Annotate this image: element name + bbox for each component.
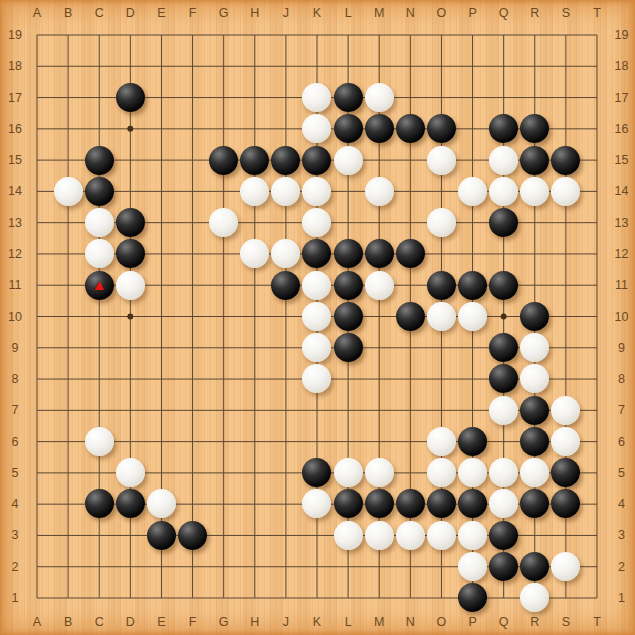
- board-intersection[interactable]: [84, 551, 115, 582]
- board-intersection[interactable]: [333, 19, 364, 50]
- board-intersection[interactable]: [488, 238, 519, 269]
- board-intersection[interactable]: [550, 551, 581, 582]
- board-intersection[interactable]: [488, 82, 519, 113]
- board-intersection[interactable]: [146, 51, 177, 82]
- board-intersection[interactable]: [21, 395, 52, 426]
- board-intersection[interactable]: [395, 582, 426, 613]
- board-intersection[interactable]: [115, 488, 146, 519]
- board-intersection[interactable]: [53, 176, 84, 207]
- board-intersection[interactable]: [581, 363, 612, 394]
- board-intersection[interactable]: [457, 269, 488, 300]
- board-intersection[interactable]: [270, 51, 301, 82]
- board-intersection[interactable]: [550, 113, 581, 144]
- board-intersection[interactable]: [364, 301, 395, 332]
- board-intersection[interactable]: [457, 457, 488, 488]
- board-intersection[interactable]: [270, 113, 301, 144]
- board-intersection[interactable]: [550, 269, 581, 300]
- board-intersection[interactable]: [581, 269, 612, 300]
- board-intersection[interactable]: [53, 520, 84, 551]
- board-intersection[interactable]: [177, 51, 208, 82]
- board-intersection[interactable]: [519, 395, 550, 426]
- board-intersection[interactable]: [519, 51, 550, 82]
- board-intersection[interactable]: [21, 457, 52, 488]
- board-intersection[interactable]: [239, 144, 270, 175]
- board-intersection[interactable]: [53, 426, 84, 457]
- board-intersection[interactable]: [208, 582, 239, 613]
- board-intersection[interactable]: [395, 82, 426, 113]
- board-intersection[interactable]: [426, 238, 457, 269]
- board-intersection[interactable]: [177, 301, 208, 332]
- board-intersection[interactable]: [426, 176, 457, 207]
- board-intersection[interactable]: [177, 395, 208, 426]
- board-intersection[interactable]: [208, 113, 239, 144]
- board-intersection[interactable]: [208, 19, 239, 50]
- board-intersection[interactable]: [239, 113, 270, 144]
- board-intersection[interactable]: [239, 582, 270, 613]
- board-intersection[interactable]: [301, 332, 332, 363]
- board-intersection[interactable]: [270, 551, 301, 582]
- board-intersection[interactable]: [115, 582, 146, 613]
- board-intersection[interactable]: [146, 113, 177, 144]
- board-intersection[interactable]: [581, 520, 612, 551]
- board-intersection[interactable]: [146, 363, 177, 394]
- board-intersection[interactable]: ▲: [84, 269, 115, 300]
- board-intersection[interactable]: [21, 582, 52, 613]
- board-intersection[interactable]: [426, 19, 457, 50]
- board-intersection[interactable]: [333, 582, 364, 613]
- board-intersection[interactable]: [395, 207, 426, 238]
- board-intersection[interactable]: [364, 269, 395, 300]
- board-intersection[interactable]: [488, 51, 519, 82]
- board-intersection[interactable]: [488, 488, 519, 519]
- board-intersection[interactable]: [21, 363, 52, 394]
- board-intersection[interactable]: [550, 488, 581, 519]
- board-intersection[interactable]: [581, 82, 612, 113]
- board-intersection[interactable]: [581, 51, 612, 82]
- board-intersection[interactable]: [115, 82, 146, 113]
- board-intersection[interactable]: [395, 363, 426, 394]
- board-intersection[interactable]: [519, 19, 550, 50]
- board-intersection[interactable]: [21, 207, 52, 238]
- board-intersection[interactable]: [239, 269, 270, 300]
- board-intersection[interactable]: [457, 51, 488, 82]
- board-intersection[interactable]: [488, 395, 519, 426]
- board-intersection[interactable]: [208, 488, 239, 519]
- board-intersection[interactable]: [270, 363, 301, 394]
- board-intersection[interactable]: [301, 363, 332, 394]
- board-intersection[interactable]: [115, 51, 146, 82]
- board-intersection[interactable]: [301, 582, 332, 613]
- board-intersection[interactable]: [457, 301, 488, 332]
- board-intersection[interactable]: [146, 520, 177, 551]
- board-intersection[interactable]: [177, 19, 208, 50]
- board-intersection[interactable]: [581, 332, 612, 363]
- board-intersection[interactable]: [115, 457, 146, 488]
- board-intersection[interactable]: [581, 395, 612, 426]
- board-intersection[interactable]: [395, 551, 426, 582]
- board-intersection[interactable]: [581, 457, 612, 488]
- board-intersection[interactable]: [550, 238, 581, 269]
- board-intersection[interactable]: [270, 176, 301, 207]
- board-intersection[interactable]: [146, 144, 177, 175]
- board-intersection[interactable]: [177, 238, 208, 269]
- board-intersection[interactable]: [84, 176, 115, 207]
- board-intersection[interactable]: [53, 269, 84, 300]
- board-intersection[interactable]: [208, 551, 239, 582]
- board-intersection[interactable]: [21, 176, 52, 207]
- board-intersection[interactable]: [457, 551, 488, 582]
- board-intersection[interactable]: [333, 51, 364, 82]
- board-intersection[interactable]: [395, 269, 426, 300]
- board-intersection[interactable]: [21, 144, 52, 175]
- board-intersection[interactable]: [519, 176, 550, 207]
- board-intersection[interactable]: [177, 144, 208, 175]
- board-intersection[interactable]: [364, 19, 395, 50]
- board-intersection[interactable]: [581, 238, 612, 269]
- board-intersection[interactable]: [550, 51, 581, 82]
- board-intersection[interactable]: [53, 238, 84, 269]
- board-intersection[interactable]: [301, 207, 332, 238]
- board-intersection[interactable]: [333, 395, 364, 426]
- board-intersection[interactable]: [239, 82, 270, 113]
- board-intersection[interactable]: [581, 551, 612, 582]
- board-intersection[interactable]: [395, 426, 426, 457]
- board-intersection[interactable]: [115, 551, 146, 582]
- board-intersection[interactable]: [270, 82, 301, 113]
- board-intersection[interactable]: [146, 238, 177, 269]
- board-intersection[interactable]: [395, 176, 426, 207]
- board-intersection[interactable]: [581, 207, 612, 238]
- board-intersection[interactable]: [519, 82, 550, 113]
- board-intersection[interactable]: [488, 426, 519, 457]
- board-intersection[interactable]: [301, 113, 332, 144]
- board-intersection[interactable]: [581, 582, 612, 613]
- board-intersection[interactable]: [333, 551, 364, 582]
- board-intersection[interactable]: [364, 395, 395, 426]
- board-intersection[interactable]: [146, 269, 177, 300]
- board-intersection[interactable]: [146, 426, 177, 457]
- board-intersection[interactable]: [84, 488, 115, 519]
- board-intersection[interactable]: [301, 19, 332, 50]
- board-intersection[interactable]: [519, 551, 550, 582]
- board-intersection[interactable]: [581, 113, 612, 144]
- board-intersection[interactable]: [457, 19, 488, 50]
- board-intersection[interactable]: [426, 551, 457, 582]
- board-intersection[interactable]: [270, 457, 301, 488]
- board-intersection[interactable]: [301, 488, 332, 519]
- board-intersection[interactable]: [426, 269, 457, 300]
- board-intersection[interactable]: [333, 176, 364, 207]
- board-intersection[interactable]: [239, 457, 270, 488]
- board-intersection[interactable]: [21, 19, 52, 50]
- board-intersection[interactable]: [550, 395, 581, 426]
- board-intersection[interactable]: [333, 113, 364, 144]
- board-intersection[interactable]: [488, 551, 519, 582]
- board-intersection[interactable]: [333, 82, 364, 113]
- board-intersection[interactable]: [177, 582, 208, 613]
- board-intersection[interactable]: [395, 395, 426, 426]
- board-intersection[interactable]: [364, 176, 395, 207]
- board-intersection[interactable]: [239, 301, 270, 332]
- board-intersection[interactable]: [239, 520, 270, 551]
- board-intersection[interactable]: [364, 488, 395, 519]
- board-intersection[interactable]: [239, 395, 270, 426]
- board-intersection[interactable]: [115, 426, 146, 457]
- board-intersection[interactable]: [146, 395, 177, 426]
- board-intersection[interactable]: [395, 520, 426, 551]
- board-intersection[interactable]: [208, 51, 239, 82]
- board-intersection[interactable]: [84, 144, 115, 175]
- board-intersection[interactable]: [270, 426, 301, 457]
- board-intersection[interactable]: [146, 301, 177, 332]
- board-intersection[interactable]: [364, 82, 395, 113]
- board-intersection[interactable]: [457, 582, 488, 613]
- board-intersection[interactable]: [333, 426, 364, 457]
- board-intersection[interactable]: [208, 301, 239, 332]
- board-intersection[interactable]: [239, 488, 270, 519]
- board-intersection[interactable]: [301, 144, 332, 175]
- board-intersection[interactable]: [208, 457, 239, 488]
- board-intersection[interactable]: [208, 520, 239, 551]
- board-intersection[interactable]: [115, 520, 146, 551]
- board-intersection[interactable]: [364, 551, 395, 582]
- board-intersection[interactable]: [115, 19, 146, 50]
- board-intersection[interactable]: [426, 113, 457, 144]
- board-intersection[interactable]: [21, 520, 52, 551]
- board-intersection[interactable]: [364, 51, 395, 82]
- board-intersection[interactable]: [208, 207, 239, 238]
- board-intersection[interactable]: [519, 457, 550, 488]
- board-intersection[interactable]: [457, 144, 488, 175]
- board-intersection[interactable]: [550, 520, 581, 551]
- board-intersection[interactable]: [395, 238, 426, 269]
- board-intersection[interactable]: [301, 301, 332, 332]
- board-intersection[interactable]: [426, 144, 457, 175]
- board-intersection[interactable]: [488, 301, 519, 332]
- board-intersection[interactable]: [364, 113, 395, 144]
- board-intersection[interactable]: [208, 395, 239, 426]
- board-intersection[interactable]: [364, 238, 395, 269]
- board-intersection[interactable]: [177, 332, 208, 363]
- board-intersection[interactable]: [146, 457, 177, 488]
- board-intersection[interactable]: [333, 488, 364, 519]
- board-intersection[interactable]: [239, 238, 270, 269]
- board-intersection[interactable]: [333, 144, 364, 175]
- board-intersection[interactable]: [364, 207, 395, 238]
- board-intersection[interactable]: [488, 176, 519, 207]
- board-intersection[interactable]: [21, 82, 52, 113]
- board-intersection[interactable]: [301, 426, 332, 457]
- board-intersection[interactable]: [21, 426, 52, 457]
- board-intersection[interactable]: [177, 426, 208, 457]
- board-intersection[interactable]: [519, 301, 550, 332]
- board-intersection[interactable]: [301, 520, 332, 551]
- board-intersection[interactable]: [333, 238, 364, 269]
- board-intersection[interactable]: [426, 207, 457, 238]
- board-intersection[interactable]: [270, 144, 301, 175]
- board-intersection[interactable]: [364, 426, 395, 457]
- board-intersection[interactable]: [426, 520, 457, 551]
- board-intersection[interactable]: [364, 582, 395, 613]
- board-intersection[interactable]: [177, 520, 208, 551]
- board-intersection[interactable]: [53, 551, 84, 582]
- board-intersection[interactable]: [115, 238, 146, 269]
- board-intersection[interactable]: [84, 363, 115, 394]
- board-intersection[interactable]: [395, 332, 426, 363]
- board-intersection[interactable]: [115, 207, 146, 238]
- board-intersection[interactable]: [488, 457, 519, 488]
- board-intersection[interactable]: [53, 582, 84, 613]
- board-intersection[interactable]: [208, 363, 239, 394]
- board-intersection[interactable]: [270, 488, 301, 519]
- board-intersection[interactable]: [146, 19, 177, 50]
- board-intersection[interactable]: [457, 238, 488, 269]
- board-intersection[interactable]: [457, 113, 488, 144]
- board-intersection[interactable]: [208, 269, 239, 300]
- board-intersection[interactable]: [208, 176, 239, 207]
- board-intersection[interactable]: [208, 332, 239, 363]
- board-intersection[interactable]: [177, 269, 208, 300]
- board-intersection[interactable]: [550, 582, 581, 613]
- board-intersection[interactable]: [53, 82, 84, 113]
- board-intersection[interactable]: [426, 332, 457, 363]
- board-intersection[interactable]: [488, 207, 519, 238]
- board-intersection[interactable]: [550, 363, 581, 394]
- board-intersection[interactable]: [519, 238, 550, 269]
- board-intersection[interactable]: [270, 395, 301, 426]
- board-intersection[interactable]: [395, 113, 426, 144]
- board-intersection[interactable]: [519, 332, 550, 363]
- board-intersection[interactable]: [426, 488, 457, 519]
- board-intersection[interactable]: [550, 207, 581, 238]
- board-intersection[interactable]: [177, 363, 208, 394]
- board-intersection[interactable]: [426, 51, 457, 82]
- board-intersection[interactable]: [84, 238, 115, 269]
- board-intersection[interactable]: [457, 332, 488, 363]
- board-intersection[interactable]: [519, 113, 550, 144]
- board-intersection[interactable]: [208, 238, 239, 269]
- board-intersection[interactable]: [488, 520, 519, 551]
- board-intersection[interactable]: [488, 19, 519, 50]
- board-intersection[interactable]: [395, 301, 426, 332]
- board-intersection[interactable]: [488, 363, 519, 394]
- board-intersection[interactable]: [457, 176, 488, 207]
- board-intersection[interactable]: [488, 144, 519, 175]
- board-intersection[interactable]: [84, 332, 115, 363]
- board-intersection[interactable]: [177, 488, 208, 519]
- board-intersection[interactable]: [395, 19, 426, 50]
- board-intersection[interactable]: [270, 207, 301, 238]
- board-intersection[interactable]: [115, 269, 146, 300]
- board-intersection[interactable]: [550, 332, 581, 363]
- board-intersection[interactable]: [270, 238, 301, 269]
- board-intersection[interactable]: [53, 301, 84, 332]
- board-intersection[interactable]: [84, 207, 115, 238]
- board-intersection[interactable]: [395, 144, 426, 175]
- board-intersection[interactable]: [457, 82, 488, 113]
- board-intersection[interactable]: [270, 301, 301, 332]
- board-intersection[interactable]: [364, 332, 395, 363]
- board-intersection[interactable]: [333, 301, 364, 332]
- board-intersection[interactable]: [84, 82, 115, 113]
- board-intersection[interactable]: [457, 395, 488, 426]
- board-intersection[interactable]: [364, 144, 395, 175]
- board-intersection[interactable]: [115, 301, 146, 332]
- board-intersection[interactable]: [519, 144, 550, 175]
- board-intersection[interactable]: [53, 113, 84, 144]
- board-intersection[interactable]: [208, 426, 239, 457]
- board-intersection[interactable]: [519, 488, 550, 519]
- board-intersection[interactable]: [426, 426, 457, 457]
- board-intersection[interactable]: [519, 520, 550, 551]
- board-intersection[interactable]: [301, 395, 332, 426]
- board-intersection[interactable]: [457, 207, 488, 238]
- board-intersection[interactable]: [146, 582, 177, 613]
- board-intersection[interactable]: [426, 301, 457, 332]
- board-intersection[interactable]: [301, 82, 332, 113]
- board-intersection[interactable]: [21, 238, 52, 269]
- board-intersection[interactable]: [581, 301, 612, 332]
- board-intersection[interactable]: [239, 551, 270, 582]
- board-intersection[interactable]: [519, 363, 550, 394]
- board-intersection[interactable]: [21, 301, 52, 332]
- board-intersection[interactable]: [84, 395, 115, 426]
- board-intersection[interactable]: [115, 144, 146, 175]
- board-intersection[interactable]: [426, 82, 457, 113]
- board-intersection[interactable]: [519, 582, 550, 613]
- board-intersection[interactable]: [301, 269, 332, 300]
- board-intersection[interactable]: [177, 207, 208, 238]
- board-intersection[interactable]: [53, 51, 84, 82]
- board-intersection[interactable]: [21, 113, 52, 144]
- board-intersection[interactable]: [270, 332, 301, 363]
- board-intersection[interactable]: [457, 520, 488, 551]
- board-intersection[interactable]: [177, 82, 208, 113]
- board-intersection[interactable]: [550, 144, 581, 175]
- board-intersection[interactable]: [426, 582, 457, 613]
- board-intersection[interactable]: [177, 176, 208, 207]
- board-intersection[interactable]: [146, 207, 177, 238]
- board-intersection[interactable]: [115, 363, 146, 394]
- board-intersection[interactable]: [146, 551, 177, 582]
- board-intersection[interactable]: [21, 551, 52, 582]
- board-intersection[interactable]: [21, 332, 52, 363]
- board-intersection[interactable]: [115, 395, 146, 426]
- board-intersection[interactable]: [177, 457, 208, 488]
- board-intersection[interactable]: [84, 19, 115, 50]
- board-intersection[interactable]: [84, 520, 115, 551]
- board-intersection[interactable]: [270, 19, 301, 50]
- board-intersection[interactable]: [581, 176, 612, 207]
- board-intersection[interactable]: [53, 332, 84, 363]
- board-intersection[interactable]: [239, 207, 270, 238]
- board-intersection[interactable]: [146, 332, 177, 363]
- board-intersection[interactable]: [395, 51, 426, 82]
- board-intersection[interactable]: [550, 176, 581, 207]
- board-intersection[interactable]: [146, 176, 177, 207]
- board-intersection[interactable]: [115, 332, 146, 363]
- board-intersection[interactable]: [208, 82, 239, 113]
- board-intersection[interactable]: [550, 426, 581, 457]
- board-intersection[interactable]: [84, 457, 115, 488]
- board-intersection[interactable]: [53, 363, 84, 394]
- board-intersection[interactable]: [550, 457, 581, 488]
- board-intersection[interactable]: [519, 426, 550, 457]
- board-intersection[interactable]: [84, 301, 115, 332]
- board-intersection[interactable]: [457, 426, 488, 457]
- board-intersection[interactable]: [333, 363, 364, 394]
- board-intersection[interactable]: [395, 457, 426, 488]
